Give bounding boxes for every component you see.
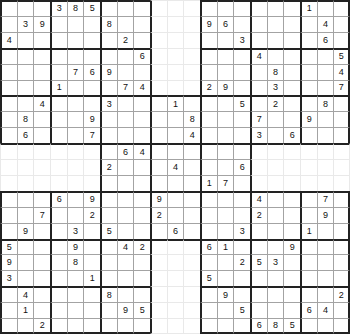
cell-r7c8[interactable] <box>117 95 134 111</box>
cell-r9c17[interactable] <box>267 127 284 143</box>
cell-r16c13[interactable]: 6 <box>200 239 217 255</box>
cell-r17c18[interactable] <box>283 254 300 270</box>
cell-r11c13[interactable] <box>200 159 217 175</box>
cell-r13c8[interactable] <box>117 191 134 207</box>
cell-r7c14[interactable] <box>217 95 234 111</box>
cell-r6c7[interactable] <box>100 80 117 96</box>
cell-r13c11[interactable] <box>167 191 184 207</box>
cell-r3c15[interactable]: 3 <box>233 32 250 48</box>
cell-r10c10[interactable] <box>150 143 167 159</box>
cell-r2c2[interactable]: 3 <box>17 16 34 32</box>
cell-r9c20[interactable] <box>317 127 334 143</box>
cell-r18c9[interactable] <box>133 270 150 286</box>
cell-r3c6[interactable] <box>83 32 100 48</box>
cell-r18c1[interactable]: 3 <box>0 270 17 286</box>
cell-r10c14[interactable] <box>217 143 234 159</box>
cell-r5c6[interactable]: 6 <box>83 64 100 80</box>
cell-r5c17[interactable]: 8 <box>267 64 284 80</box>
cell-r13c3[interactable] <box>33 191 50 207</box>
cell-r18c13[interactable]: 5 <box>200 270 217 286</box>
cell-r15c17[interactable] <box>267 223 284 239</box>
cell-r1c21[interactable] <box>333 0 350 16</box>
cell-r15c16[interactable] <box>250 223 267 239</box>
cell-r3c8[interactable]: 2 <box>117 32 134 48</box>
cell-r14c21[interactable] <box>333 207 350 223</box>
cell-r5c13[interactable] <box>200 64 217 80</box>
cell-r4c3[interactable] <box>33 48 50 64</box>
cell-r2c17[interactable] <box>267 16 284 32</box>
cell-r17c6[interactable] <box>83 254 100 270</box>
cell-r1c18[interactable] <box>283 0 300 16</box>
cell-r4c17[interactable] <box>267 48 284 64</box>
cell-r15c14[interactable] <box>217 223 234 239</box>
cell-r3c21[interactable] <box>333 32 350 48</box>
cell-r8c13[interactable] <box>200 111 217 127</box>
cell-r8c2[interactable]: 8 <box>17 111 34 127</box>
cell-r9c13[interactable] <box>200 127 217 143</box>
cell-r20c2[interactable]: 1 <box>17 302 34 318</box>
cell-r4c19[interactable] <box>300 48 317 64</box>
cell-r11c7[interactable]: 2 <box>100 159 117 175</box>
cell-r19c6[interactable] <box>83 286 100 302</box>
cell-r13c1[interactable] <box>0 191 17 207</box>
cell-r12c7[interactable] <box>100 175 117 191</box>
cell-r4c9[interactable]: 6 <box>133 48 150 64</box>
cell-r15c2[interactable]: 9 <box>17 223 34 239</box>
cell-r18c17[interactable] <box>267 270 284 286</box>
cell-r4c18[interactable] <box>283 48 300 64</box>
cell-r16c1[interactable]: 5 <box>0 239 17 255</box>
cell-r4c14[interactable] <box>217 48 234 64</box>
cell-r19c7[interactable]: 8 <box>100 286 117 302</box>
cell-r4c8[interactable] <box>117 48 134 64</box>
cell-r2c6[interactable] <box>83 16 100 32</box>
cell-r18c18[interactable] <box>283 270 300 286</box>
cell-r6c9[interactable]: 4 <box>133 80 150 96</box>
cell-r5c15[interactable] <box>233 64 250 80</box>
cell-r21c2[interactable] <box>17 318 34 334</box>
cell-r8c14[interactable] <box>217 111 234 127</box>
cell-r16c7[interactable] <box>100 239 117 255</box>
cell-r1c17[interactable] <box>267 0 284 16</box>
cell-r9c4[interactable] <box>50 127 67 143</box>
cell-r8c1[interactable] <box>0 111 17 127</box>
cell-r18c3[interactable] <box>33 270 50 286</box>
cell-r21c5[interactable] <box>67 318 84 334</box>
cell-r12c9[interactable] <box>133 175 150 191</box>
cell-r7c16[interactable] <box>250 95 267 111</box>
cell-r5c7[interactable]: 9 <box>100 64 117 80</box>
cell-r9c15[interactable] <box>233 127 250 143</box>
cell-r7c13[interactable] <box>200 95 217 111</box>
cell-r15c15[interactable]: 3 <box>233 223 250 239</box>
cell-r6c8[interactable]: 7 <box>117 80 134 96</box>
cell-r19c14[interactable]: 9 <box>217 286 234 302</box>
cell-r1c5[interactable]: 8 <box>67 0 84 16</box>
cell-r7c18[interactable] <box>283 95 300 111</box>
cell-r1c2[interactable] <box>17 0 34 16</box>
cell-r14c8[interactable] <box>117 207 134 223</box>
cell-r21c13[interactable] <box>200 318 217 334</box>
cell-r8c19[interactable]: 9 <box>300 111 317 127</box>
cell-r4c16[interactable]: 4 <box>250 48 267 64</box>
cell-r18c15[interactable] <box>233 270 250 286</box>
cell-r19c16[interactable] <box>250 286 267 302</box>
cell-r3c16[interactable] <box>250 32 267 48</box>
cell-r3c17[interactable] <box>267 32 284 48</box>
cell-r2c7[interactable]: 8 <box>100 16 117 32</box>
cell-r14c4[interactable] <box>50 207 67 223</box>
cell-r7c17[interactable]: 2 <box>267 95 284 111</box>
cell-r2c18[interactable] <box>283 16 300 32</box>
cell-r5c20[interactable] <box>317 64 334 80</box>
cell-r15c19[interactable]: 1 <box>300 223 317 239</box>
cell-r7c12[interactable] <box>183 95 200 111</box>
cell-r21c20[interactable] <box>317 318 334 334</box>
cell-r9c7[interactable] <box>100 127 117 143</box>
cell-r10c9[interactable]: 4 <box>133 143 150 159</box>
cell-r8c6[interactable]: 9 <box>83 111 100 127</box>
cell-r3c3[interactable] <box>33 32 50 48</box>
cell-r8c16[interactable]: 7 <box>250 111 267 127</box>
cell-r13c9[interactable] <box>133 191 150 207</box>
cell-r11c14[interactable] <box>217 159 234 175</box>
cell-r17c19[interactable] <box>300 254 317 270</box>
cell-r7c15[interactable]: 5 <box>233 95 250 111</box>
cell-r3c1[interactable]: 4 <box>0 32 17 48</box>
cell-r2c3[interactable]: 9 <box>33 16 50 32</box>
cell-r20c20[interactable]: 4 <box>317 302 334 318</box>
cell-r2c16[interactable] <box>250 16 267 32</box>
cell-r6c1[interactable] <box>0 80 17 96</box>
cell-r8c7[interactable] <box>100 111 117 127</box>
cell-r12c8[interactable] <box>117 175 134 191</box>
cell-r16c15[interactable] <box>233 239 250 255</box>
cell-r16c9[interactable]: 2 <box>133 239 150 255</box>
cell-r14c16[interactable]: 2 <box>250 207 267 223</box>
cell-r14c15[interactable] <box>233 207 250 223</box>
cell-r12c14[interactable]: 7 <box>217 175 234 191</box>
cell-r21c8[interactable] <box>117 318 134 334</box>
cell-r1c14[interactable] <box>217 0 234 16</box>
cell-r12c10[interactable] <box>150 175 167 191</box>
cell-r20c21[interactable] <box>333 302 350 318</box>
cell-r7c3[interactable]: 4 <box>33 95 50 111</box>
cell-r1c4[interactable]: 3 <box>50 0 67 16</box>
cell-r8c18[interactable] <box>283 111 300 127</box>
cell-r15c4[interactable] <box>50 223 67 239</box>
cell-r8c8[interactable] <box>117 111 134 127</box>
cell-r4c7[interactable] <box>100 48 117 64</box>
cell-r9c14[interactable] <box>217 127 234 143</box>
cell-r16c2[interactable] <box>17 239 34 255</box>
cell-r11c8[interactable] <box>117 159 134 175</box>
cell-r3c2[interactable] <box>17 32 34 48</box>
cell-r20c7[interactable] <box>100 302 117 318</box>
cell-r18c16[interactable] <box>250 270 267 286</box>
cell-r7c1[interactable] <box>0 95 17 111</box>
cell-r12c15[interactable] <box>233 175 250 191</box>
cell-r6c16[interactable] <box>250 80 267 96</box>
cell-r9c6[interactable]: 7 <box>83 127 100 143</box>
cell-r4c13[interactable] <box>200 48 217 64</box>
cell-r15c13[interactable] <box>200 223 217 239</box>
cell-r21c18[interactable]: 5 <box>283 318 300 334</box>
cell-r17c3[interactable] <box>33 254 50 270</box>
cell-r11c11[interactable]: 4 <box>167 159 184 175</box>
cell-r20c19[interactable]: 6 <box>300 302 317 318</box>
cell-r9c19[interactable] <box>300 127 317 143</box>
cell-r6c21[interactable]: 7 <box>333 80 350 96</box>
cell-r8c12[interactable]: 8 <box>183 111 200 127</box>
cell-r15c11[interactable]: 6 <box>167 223 184 239</box>
cell-r3c4[interactable] <box>50 32 67 48</box>
cell-r5c3[interactable] <box>33 64 50 80</box>
cell-r10c11[interactable] <box>167 143 184 159</box>
cell-r20c13[interactable] <box>200 302 217 318</box>
cell-r19c1[interactable] <box>0 286 17 302</box>
cell-r13c5[interactable] <box>67 191 84 207</box>
cell-r1c8[interactable] <box>117 0 134 16</box>
cell-r1c15[interactable] <box>233 0 250 16</box>
cell-r2c5[interactable] <box>67 16 84 32</box>
cell-r17c7[interactable] <box>100 254 117 270</box>
cell-r9c5[interactable] <box>67 127 84 143</box>
cell-r16c8[interactable]: 4 <box>117 239 134 255</box>
cell-r19c8[interactable] <box>117 286 134 302</box>
cell-r1c9[interactable] <box>133 0 150 16</box>
cell-r17c17[interactable]: 3 <box>267 254 284 270</box>
cell-r7c7[interactable]: 3 <box>100 95 117 111</box>
cell-r21c1[interactable] <box>0 318 17 334</box>
cell-r14c12[interactable] <box>183 207 200 223</box>
cell-r4c2[interactable] <box>17 48 34 64</box>
cell-r12c13[interactable]: 1 <box>200 175 217 191</box>
cell-r12c11[interactable] <box>167 175 184 191</box>
cell-r16c5[interactable]: 9 <box>67 239 84 255</box>
cell-r5c14[interactable] <box>217 64 234 80</box>
cell-r6c18[interactable] <box>283 80 300 96</box>
cell-r2c19[interactable] <box>300 16 317 32</box>
cell-r4c15[interactable] <box>233 48 250 64</box>
cell-r8c9[interactable] <box>133 111 150 127</box>
cell-r19c13[interactable] <box>200 286 217 302</box>
cell-r21c4[interactable] <box>50 318 67 334</box>
cell-r10c7[interactable] <box>100 143 117 159</box>
cell-r11c10[interactable] <box>150 159 167 175</box>
cell-r6c15[interactable] <box>233 80 250 96</box>
cell-r16c21[interactable] <box>333 239 350 255</box>
cell-r13c14[interactable] <box>217 191 234 207</box>
cell-r15c3[interactable] <box>33 223 50 239</box>
cell-r14c9[interactable] <box>133 207 150 223</box>
cell-r15c12[interactable] <box>183 223 200 239</box>
cell-r10c8[interactable]: 6 <box>117 143 134 159</box>
cell-r19c21[interactable]: 2 <box>333 286 350 302</box>
cell-r18c19[interactable] <box>300 270 317 286</box>
cell-r21c14[interactable] <box>217 318 234 334</box>
cell-r9c21[interactable] <box>333 127 350 143</box>
cell-r8c15[interactable] <box>233 111 250 127</box>
cell-r10c13[interactable] <box>200 143 217 159</box>
cell-r7c2[interactable] <box>17 95 34 111</box>
cell-r5c18[interactable] <box>283 64 300 80</box>
cell-r8c20[interactable] <box>317 111 334 127</box>
cell-r20c17[interactable] <box>267 302 284 318</box>
cell-r20c15[interactable]: 5 <box>233 302 250 318</box>
cell-r6c3[interactable] <box>33 80 50 96</box>
cell-r3c5[interactable] <box>67 32 84 48</box>
cell-r1c20[interactable] <box>317 0 334 16</box>
cell-r17c20[interactable] <box>317 254 334 270</box>
cell-r21c19[interactable] <box>300 318 317 334</box>
cell-r20c5[interactable] <box>67 302 84 318</box>
cell-r5c16[interactable] <box>250 64 267 80</box>
cell-r2c14[interactable]: 6 <box>217 16 234 32</box>
cell-r9c9[interactable] <box>133 127 150 143</box>
cell-r18c6[interactable]: 1 <box>83 270 100 286</box>
cell-r17c5[interactable]: 8 <box>67 254 84 270</box>
cell-r18c2[interactable] <box>17 270 34 286</box>
cell-r5c5[interactable]: 7 <box>67 64 84 80</box>
cell-r2c20[interactable]: 4 <box>317 16 334 32</box>
cell-r7c11[interactable]: 1 <box>167 95 184 111</box>
cell-r10c12[interactable] <box>183 143 200 159</box>
cell-r1c3[interactable] <box>33 0 50 16</box>
cell-r13c7[interactable] <box>100 191 117 207</box>
cell-r7c5[interactable] <box>67 95 84 111</box>
cell-r3c13[interactable] <box>200 32 217 48</box>
cell-r18c21[interactable] <box>333 270 350 286</box>
cell-r14c20[interactable]: 9 <box>317 207 334 223</box>
cell-r19c3[interactable] <box>33 286 50 302</box>
cell-r9c10[interactable] <box>150 127 167 143</box>
cell-r11c15[interactable]: 6 <box>233 159 250 175</box>
cell-r1c19[interactable]: 1 <box>300 0 317 16</box>
cell-r15c6[interactable] <box>83 223 100 239</box>
cell-r5c19[interactable] <box>300 64 317 80</box>
cell-r2c21[interactable] <box>333 16 350 32</box>
cell-r16c19[interactable] <box>300 239 317 255</box>
cell-r15c20[interactable] <box>317 223 334 239</box>
cell-r6c2[interactable] <box>17 80 34 96</box>
cell-r20c9[interactable]: 5 <box>133 302 150 318</box>
cell-r17c2[interactable] <box>17 254 34 270</box>
cell-r2c4[interactable] <box>50 16 67 32</box>
cell-r5c9[interactable] <box>133 64 150 80</box>
cell-r8c4[interactable] <box>50 111 67 127</box>
cell-r1c7[interactable] <box>100 0 117 16</box>
cell-r3c9[interactable] <box>133 32 150 48</box>
cell-r16c16[interactable] <box>250 239 267 255</box>
cell-r20c8[interactable]: 9 <box>117 302 134 318</box>
cell-r13c4[interactable]: 6 <box>50 191 67 207</box>
cell-r11c12[interactable] <box>183 159 200 175</box>
cell-r11c9[interactable] <box>133 159 150 175</box>
cell-r18c7[interactable] <box>100 270 117 286</box>
cell-r2c13[interactable]: 9 <box>200 16 217 32</box>
cell-r19c20[interactable] <box>317 286 334 302</box>
cell-r9c1[interactable] <box>0 127 17 143</box>
cell-r7c19[interactable] <box>300 95 317 111</box>
cell-r6c19[interactable] <box>300 80 317 96</box>
cell-r18c5[interactable] <box>67 270 84 286</box>
cell-r9c11[interactable] <box>167 127 184 143</box>
cell-r15c9[interactable] <box>133 223 150 239</box>
cell-r2c1[interactable] <box>0 16 17 32</box>
cell-r19c15[interactable] <box>233 286 250 302</box>
cell-r20c4[interactable] <box>50 302 67 318</box>
cell-r13c15[interactable] <box>233 191 250 207</box>
cell-r2c8[interactable] <box>117 16 134 32</box>
cell-r7c20[interactable]: 8 <box>317 95 334 111</box>
cell-r8c10[interactable] <box>150 111 167 127</box>
cell-r19c9[interactable] <box>133 286 150 302</box>
cell-r17c9[interactable] <box>133 254 150 270</box>
cell-r8c17[interactable] <box>267 111 284 127</box>
cell-r12c12[interactable] <box>183 175 200 191</box>
cell-r14c1[interactable] <box>0 207 17 223</box>
cell-r4c6[interactable] <box>83 48 100 64</box>
cell-r4c20[interactable] <box>317 48 334 64</box>
cell-r3c14[interactable] <box>217 32 234 48</box>
cell-r3c20[interactable]: 6 <box>317 32 334 48</box>
cell-r9c12[interactable]: 4 <box>183 127 200 143</box>
cell-r14c6[interactable]: 2 <box>83 207 100 223</box>
cell-r8c3[interactable] <box>33 111 50 127</box>
cell-r15c8[interactable] <box>117 223 134 239</box>
cell-r18c4[interactable] <box>50 270 67 286</box>
cell-r3c19[interactable] <box>300 32 317 48</box>
cell-r6c4[interactable]: 1 <box>50 80 67 96</box>
cell-r17c4[interactable] <box>50 254 67 270</box>
cell-r6c6[interactable] <box>83 80 100 96</box>
cell-r13c19[interactable] <box>300 191 317 207</box>
cell-r13c20[interactable]: 7 <box>317 191 334 207</box>
cell-r21c7[interactable] <box>100 318 117 334</box>
cell-r8c21[interactable] <box>333 111 350 127</box>
cell-r16c6[interactable] <box>83 239 100 255</box>
cell-r6c13[interactable]: 2 <box>200 80 217 96</box>
cell-r15c18[interactable] <box>283 223 300 239</box>
cell-r3c7[interactable] <box>100 32 117 48</box>
cell-r9c8[interactable] <box>117 127 134 143</box>
cell-r14c11[interactable] <box>167 207 184 223</box>
cell-r20c3[interactable] <box>33 302 50 318</box>
cell-r6c5[interactable] <box>67 80 84 96</box>
cell-r19c18[interactable] <box>283 286 300 302</box>
cell-r20c1[interactable] <box>0 302 17 318</box>
cell-r7c9[interactable] <box>133 95 150 111</box>
cell-r21c6[interactable] <box>83 318 100 334</box>
cell-r16c14[interactable]: 1 <box>217 239 234 255</box>
cell-r14c3[interactable]: 7 <box>33 207 50 223</box>
cell-r10c15[interactable] <box>233 143 250 159</box>
cell-r16c18[interactable]: 9 <box>283 239 300 255</box>
cell-r9c16[interactable]: 3 <box>250 127 267 143</box>
cell-r5c1[interactable] <box>0 64 17 80</box>
cell-r5c21[interactable]: 4 <box>333 64 350 80</box>
cell-r19c17[interactable] <box>267 286 284 302</box>
cell-r17c1[interactable]: 9 <box>0 254 17 270</box>
cell-r6c14[interactable]: 9 <box>217 80 234 96</box>
cell-r21c21[interactable] <box>333 318 350 334</box>
cell-r17c8[interactable] <box>117 254 134 270</box>
cell-r9c18[interactable]: 6 <box>283 127 300 143</box>
cell-r17c15[interactable]: 2 <box>233 254 250 270</box>
cell-r5c4[interactable] <box>50 64 67 80</box>
cell-r7c10[interactable] <box>150 95 167 111</box>
